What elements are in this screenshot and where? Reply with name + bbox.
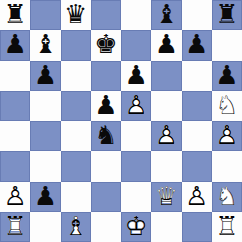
square-b2[interactable]: ♟ (30, 182, 60, 212)
black-knight-icon[interactable]: ♞ (91, 121, 121, 151)
square-c3[interactable] (61, 151, 91, 181)
black-pawn-icon[interactable]: ♟ (151, 30, 181, 60)
square-b4[interactable] (30, 121, 60, 151)
square-b8[interactable] (30, 0, 60, 30)
piece-glyph: ♜ (0, 0, 30, 30)
square-g1[interactable] (182, 212, 212, 242)
square-d3[interactable] (91, 151, 121, 181)
square-b5[interactable] (30, 91, 60, 121)
square-a2[interactable]: ♟♙ (0, 182, 30, 212)
piece-glyph: ♙ (0, 182, 30, 212)
piece-glyph: ♞ (91, 121, 121, 151)
piece-glyph: ♟ (0, 30, 30, 60)
square-b3[interactable] (30, 151, 60, 181)
white-pawn-icon[interactable]: ♟♙ (121, 91, 151, 121)
square-d7[interactable]: ♚ (91, 30, 121, 60)
piece-glyph: ♕ (151, 182, 181, 212)
square-h1[interactable]: ♜♖ (212, 212, 242, 242)
black-pawn-icon[interactable]: ♟ (30, 61, 60, 91)
white-pawn-icon[interactable]: ♟♙ (0, 182, 30, 212)
square-d2[interactable] (91, 182, 121, 212)
square-a5[interactable] (0, 91, 30, 121)
piece-glyph: ♖ (0, 212, 30, 242)
black-pawn-icon[interactable]: ♟ (212, 61, 242, 91)
square-d8[interactable] (91, 0, 121, 30)
piece-glyph: ♝ (151, 0, 181, 30)
square-c5[interactable] (61, 91, 91, 121)
piece-glyph: ♟ (151, 30, 181, 60)
piece-glyph: ♜ (212, 0, 242, 30)
square-f1[interactable] (151, 212, 181, 242)
square-a3[interactable] (0, 151, 30, 181)
square-g8[interactable] (182, 0, 212, 30)
piece-glyph: ♖ (212, 212, 242, 242)
square-c6[interactable] (61, 61, 91, 91)
square-b6[interactable]: ♟ (30, 61, 60, 91)
square-e3[interactable] (121, 151, 151, 181)
square-h5[interactable]: ♞♘ (212, 91, 242, 121)
black-king-icon[interactable]: ♚ (91, 30, 121, 60)
square-a7[interactable]: ♟ (0, 30, 30, 60)
white-pawn-icon[interactable]: ♟♙ (182, 182, 212, 212)
square-h3[interactable] (212, 151, 242, 181)
square-a6[interactable] (0, 61, 30, 91)
piece-glyph: ♘ (212, 91, 242, 121)
white-pawn-icon[interactable]: ♟♙ (212, 121, 242, 151)
square-d5[interactable]: ♟ (91, 91, 121, 121)
piece-glyph: ♟ (182, 30, 212, 60)
square-e7[interactable] (121, 30, 151, 60)
piece-glyph: ♔ (121, 212, 151, 242)
square-d1[interactable] (91, 212, 121, 242)
square-f2[interactable]: ♛♕ (151, 182, 181, 212)
square-c4[interactable] (61, 121, 91, 151)
piece-glyph: ♟ (212, 61, 242, 91)
black-pawn-icon[interactable]: ♟ (30, 182, 60, 212)
square-g7[interactable]: ♟ (182, 30, 212, 60)
white-king-icon[interactable]: ♚♔ (121, 212, 151, 242)
black-rook-icon[interactable]: ♜ (212, 0, 242, 30)
black-bishop-icon[interactable]: ♝ (30, 30, 60, 60)
white-rook-icon[interactable]: ♜♖ (212, 212, 242, 242)
piece-glyph: ♝ (30, 30, 60, 60)
square-b1[interactable] (30, 212, 60, 242)
piece-glyph: ♙ (151, 121, 181, 151)
square-f4[interactable]: ♟♙ (151, 121, 181, 151)
square-h8[interactable]: ♜ (212, 0, 242, 30)
white-rook-icon[interactable]: ♜♖ (0, 212, 30, 242)
square-d6[interactable] (91, 61, 121, 91)
square-c8[interactable]: ♛ (61, 0, 91, 30)
white-knight-icon[interactable]: ♞♘ (212, 91, 242, 121)
piece-glyph: ♚ (91, 30, 121, 60)
square-a1[interactable]: ♜♖ (0, 212, 30, 242)
chess-board: ♜♛♝♜♟♝♚♟♟♟♟♟♟♟♙♞♘♞♟♙♟♙♟♙♟♛♕♟♙♞♘♜♖♝♗♚♔♜♖ (0, 0, 242, 242)
black-rook-icon[interactable]: ♜ (0, 0, 30, 30)
black-pawn-icon[interactable]: ♟ (121, 61, 151, 91)
square-e1[interactable]: ♚♔ (121, 212, 151, 242)
square-e2[interactable] (121, 182, 151, 212)
square-g3[interactable] (182, 151, 212, 181)
white-knight-icon[interactable]: ♞♘ (212, 182, 242, 212)
square-c1[interactable]: ♝♗ (61, 212, 91, 242)
piece-glyph: ♟ (30, 61, 60, 91)
square-g2[interactable]: ♟♙ (182, 182, 212, 212)
piece-glyph: ♛ (61, 0, 91, 30)
square-f8[interactable]: ♝ (151, 0, 181, 30)
square-e6[interactable]: ♟ (121, 61, 151, 91)
piece-glyph: ♟ (121, 61, 151, 91)
piece-glyph: ♟ (30, 182, 60, 212)
black-queen-icon[interactable]: ♛ (61, 0, 91, 30)
square-f7[interactable]: ♟ (151, 30, 181, 60)
square-e8[interactable] (121, 0, 151, 30)
square-c7[interactable] (61, 30, 91, 60)
square-a4[interactable] (0, 121, 30, 151)
square-h7[interactable] (212, 30, 242, 60)
black-pawn-icon[interactable]: ♟ (91, 91, 121, 121)
square-d4[interactable]: ♞ (91, 121, 121, 151)
white-queen-icon[interactable]: ♛♕ (151, 182, 181, 212)
square-h6[interactable]: ♟ (212, 61, 242, 91)
square-e4[interactable] (121, 121, 151, 151)
black-bishop-icon[interactable]: ♝ (151, 0, 181, 30)
square-g4[interactable] (182, 121, 212, 151)
square-f6[interactable] (151, 61, 181, 91)
black-pawn-icon[interactable]: ♟ (0, 30, 30, 60)
piece-glyph: ♗ (61, 212, 91, 242)
square-e5[interactable]: ♟♙ (121, 91, 151, 121)
square-h4[interactable]: ♟♙ (212, 121, 242, 151)
square-f3[interactable] (151, 151, 181, 181)
square-c2[interactable] (61, 182, 91, 212)
piece-glyph: ♙ (121, 91, 151, 121)
square-b7[interactable]: ♝ (30, 30, 60, 60)
square-h2[interactable]: ♞♘ (212, 182, 242, 212)
black-pawn-icon[interactable]: ♟ (182, 30, 212, 60)
square-f5[interactable] (151, 91, 181, 121)
square-g6[interactable] (182, 61, 212, 91)
piece-glyph: ♙ (212, 121, 242, 151)
white-pawn-icon[interactable]: ♟♙ (151, 121, 181, 151)
piece-glyph: ♘ (212, 182, 242, 212)
white-bishop-icon[interactable]: ♝♗ (61, 212, 91, 242)
piece-glyph: ♙ (182, 182, 212, 212)
square-g5[interactable] (182, 91, 212, 121)
square-a8[interactable]: ♜ (0, 0, 30, 30)
piece-glyph: ♟ (91, 91, 121, 121)
